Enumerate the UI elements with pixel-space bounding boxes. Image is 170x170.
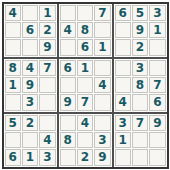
cell-r5c1: 1 bbox=[5, 77, 21, 93]
cell-r9c4[interactable] bbox=[60, 149, 76, 165]
cell-r6c9: 6 bbox=[149, 94, 165, 110]
cell-r6c5: 7 bbox=[77, 94, 93, 110]
cell-r7c4[interactable] bbox=[60, 115, 76, 131]
cell-r8c8[interactable] bbox=[132, 132, 148, 148]
cell-r7c6[interactable] bbox=[94, 115, 110, 131]
cell-r5c7[interactable] bbox=[115, 77, 131, 93]
cell-r8c1[interactable] bbox=[5, 132, 21, 148]
cell-r1c7: 6 bbox=[115, 5, 131, 21]
cell-r6c7: 4 bbox=[115, 94, 131, 110]
cell-r3c4[interactable] bbox=[60, 39, 76, 55]
cell-r7c2: 2 bbox=[22, 115, 38, 131]
cell-r5c9: 7 bbox=[149, 77, 165, 93]
cell-r6c8[interactable] bbox=[132, 94, 148, 110]
cell-r1c9: 3 bbox=[149, 5, 165, 21]
cell-r3c6: 1 bbox=[94, 39, 110, 55]
cell-r4c6[interactable] bbox=[94, 60, 110, 76]
cell-r3c5: 6 bbox=[77, 39, 93, 55]
box-3-1: 524613 bbox=[4, 114, 57, 167]
cell-r1c8: 5 bbox=[132, 5, 148, 21]
cell-r5c3[interactable] bbox=[39, 77, 55, 93]
box-2-3: 38746 bbox=[114, 59, 167, 112]
cell-r3c1[interactable] bbox=[5, 39, 21, 55]
cell-r7c7: 3 bbox=[115, 115, 131, 131]
cell-r1c4[interactable] bbox=[60, 5, 76, 21]
box-2-1: 847193 bbox=[4, 59, 57, 112]
box-3-3: 3791 bbox=[114, 114, 167, 167]
cell-r3c7[interactable] bbox=[115, 39, 131, 55]
cell-r8c9[interactable] bbox=[149, 132, 165, 148]
cell-r2c2: 6 bbox=[22, 22, 38, 38]
cell-r7c5: 4 bbox=[77, 115, 93, 131]
cell-r8c4: 8 bbox=[60, 132, 76, 148]
cell-r4c3: 7 bbox=[39, 60, 55, 76]
cell-r4c7[interactable] bbox=[115, 60, 131, 76]
box-1-2: 74861 bbox=[59, 4, 112, 57]
cell-r1c6: 7 bbox=[94, 5, 110, 21]
cell-r7c3[interactable] bbox=[39, 115, 55, 131]
cell-r5c8: 8 bbox=[132, 77, 148, 93]
cell-r6c4: 9 bbox=[60, 94, 76, 110]
cell-r3c8: 2 bbox=[132, 39, 148, 55]
cell-r8c5[interactable] bbox=[77, 132, 93, 148]
cell-r8c2[interactable] bbox=[22, 132, 38, 148]
cell-r6c3[interactable] bbox=[39, 94, 55, 110]
cell-r4c5: 1 bbox=[77, 60, 93, 76]
cell-r8c6: 3 bbox=[94, 132, 110, 148]
cell-r9c1: 6 bbox=[5, 149, 21, 165]
cell-r2c1[interactable] bbox=[5, 22, 21, 38]
cell-r9c5: 2 bbox=[77, 149, 93, 165]
cell-r9c9[interactable] bbox=[149, 149, 165, 165]
cell-r8c7: 1 bbox=[115, 132, 131, 148]
cell-r9c7[interactable] bbox=[115, 149, 131, 165]
sudoku-board: 4162974861653912847193614973874652461348… bbox=[2, 2, 169, 169]
cell-r5c4[interactable] bbox=[60, 77, 76, 93]
cell-r3c2[interactable] bbox=[22, 39, 38, 55]
cell-r4c2: 4 bbox=[22, 60, 38, 76]
cell-r3c3: 9 bbox=[39, 39, 55, 55]
sudoku-page: 4162974861653912847193614973874652461348… bbox=[0, 0, 170, 170]
cell-r2c5: 8 bbox=[77, 22, 93, 38]
box-3-2: 48329 bbox=[59, 114, 112, 167]
cell-r4c1: 8 bbox=[5, 60, 21, 76]
cell-r9c6: 9 bbox=[94, 149, 110, 165]
cell-r1c3: 1 bbox=[39, 5, 55, 21]
box-1-3: 653912 bbox=[114, 4, 167, 57]
cell-r5c2: 9 bbox=[22, 77, 38, 93]
cell-r9c8[interactable] bbox=[132, 149, 148, 165]
cell-r2c4: 4 bbox=[60, 22, 76, 38]
cell-r9c3: 3 bbox=[39, 149, 55, 165]
cell-r2c8: 9 bbox=[132, 22, 148, 38]
cell-r1c5[interactable] bbox=[77, 5, 93, 21]
cell-r6c1[interactable] bbox=[5, 94, 21, 110]
box-1-1: 41629 bbox=[4, 4, 57, 57]
cell-r4c4: 6 bbox=[60, 60, 76, 76]
cell-r7c9: 9 bbox=[149, 115, 165, 131]
cell-r1c2[interactable] bbox=[22, 5, 38, 21]
cell-r2c6[interactable] bbox=[94, 22, 110, 38]
cell-r7c8: 7 bbox=[132, 115, 148, 131]
cell-r6c2: 3 bbox=[22, 94, 38, 110]
cell-r6c6[interactable] bbox=[94, 94, 110, 110]
cell-r7c1: 5 bbox=[5, 115, 21, 131]
cell-r8c3: 4 bbox=[39, 132, 55, 148]
cell-r2c3: 2 bbox=[39, 22, 55, 38]
cell-r4c9[interactable] bbox=[149, 60, 165, 76]
cell-r2c7[interactable] bbox=[115, 22, 131, 38]
cell-r2c9: 1 bbox=[149, 22, 165, 38]
cell-r9c2: 1 bbox=[22, 149, 38, 165]
cell-r5c5[interactable] bbox=[77, 77, 93, 93]
box-2-2: 61497 bbox=[59, 59, 112, 112]
cell-r3c9[interactable] bbox=[149, 39, 165, 55]
cell-r1c1: 4 bbox=[5, 5, 21, 21]
cell-r5c6: 4 bbox=[94, 77, 110, 93]
cell-r4c8: 3 bbox=[132, 60, 148, 76]
